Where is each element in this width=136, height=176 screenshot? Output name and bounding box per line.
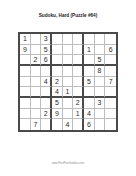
cell-r9c6 xyxy=(73,119,84,130)
cell-r9c2: 7 xyxy=(31,119,42,130)
cell-r8c9 xyxy=(105,109,116,120)
cell-r4c7 xyxy=(84,66,95,77)
cell-r9c3 xyxy=(41,119,52,130)
cell-r8c3: 2 xyxy=(41,109,52,120)
cell-r8c1 xyxy=(20,109,31,120)
cell-r5c3: 4 xyxy=(41,77,52,88)
cell-r8c7: 4 xyxy=(84,109,95,120)
cell-r1c2 xyxy=(31,34,42,45)
cell-r2c2 xyxy=(31,45,42,56)
cell-r4c5 xyxy=(63,66,74,77)
cell-r4c6 xyxy=(73,66,84,77)
cell-r3c8: 5 xyxy=(95,55,106,66)
sudoku-page: Sudoku, Hard (Puzzle #64) 13951626584257… xyxy=(0,0,136,176)
cell-r3c3: 6 xyxy=(41,55,52,66)
cell-r5c2 xyxy=(31,77,42,88)
cell-r3c9 xyxy=(105,55,116,66)
cell-r7c4: 5 xyxy=(52,98,63,109)
cell-r5c5 xyxy=(63,77,74,88)
sudoku-board: 13951626584257415232914746 xyxy=(18,32,118,132)
cell-r1c8 xyxy=(95,34,106,45)
cell-r8c6: 1 xyxy=(73,109,84,120)
cell-r9c9 xyxy=(105,119,116,130)
cell-r9c7: 6 xyxy=(84,119,95,130)
cell-r3c2: 2 xyxy=(31,55,42,66)
cell-r8c4: 9 xyxy=(52,109,63,120)
cell-r6c1 xyxy=(20,87,31,98)
cell-r8c5 xyxy=(63,109,74,120)
cell-r5c4: 2 xyxy=(52,77,63,88)
cell-r6c8 xyxy=(95,87,106,98)
cell-r7c9 xyxy=(105,98,116,109)
cell-r2c9: 6 xyxy=(105,45,116,56)
cell-r2c5 xyxy=(63,45,74,56)
cell-r6c6 xyxy=(73,87,84,98)
cell-r2c6 xyxy=(73,45,84,56)
cell-r4c9 xyxy=(105,66,116,77)
cell-r1c1: 1 xyxy=(20,34,31,45)
cell-r2c1: 9 xyxy=(20,45,31,56)
cell-r9c1 xyxy=(20,119,31,130)
cell-r6c3 xyxy=(41,87,52,98)
cell-r2c7: 1 xyxy=(84,45,95,56)
cell-r1c5 xyxy=(63,34,74,45)
cell-r8c2 xyxy=(31,109,42,120)
cell-r7c6: 2 xyxy=(73,98,84,109)
cell-r9c4 xyxy=(52,119,63,130)
cell-r8c8 xyxy=(95,109,106,120)
cell-r3c4 xyxy=(52,55,63,66)
cell-r4c3 xyxy=(41,66,52,77)
cell-r5c7: 5 xyxy=(84,77,95,88)
cell-r1c3: 3 xyxy=(41,34,52,45)
cell-r9c8 xyxy=(95,119,106,130)
cell-r3c1 xyxy=(20,55,31,66)
cell-r1c9 xyxy=(105,34,116,45)
cell-r7c1 xyxy=(20,98,31,109)
cell-r6c2 xyxy=(31,87,42,98)
cell-r2c4 xyxy=(52,45,63,56)
cell-r5c1 xyxy=(20,77,31,88)
cell-r6c5: 1 xyxy=(63,87,74,98)
cell-r7c5 xyxy=(63,98,74,109)
cell-r3c7 xyxy=(84,55,95,66)
cell-r5c8 xyxy=(95,77,106,88)
cell-r1c7 xyxy=(84,34,95,45)
cell-r5c6 xyxy=(73,77,84,88)
cell-r7c7 xyxy=(84,98,95,109)
cell-r4c8: 8 xyxy=(95,66,106,77)
cell-r4c2 xyxy=(31,66,42,77)
cell-r3c5 xyxy=(63,55,74,66)
cell-r4c4 xyxy=(52,66,63,77)
cell-r6c9 xyxy=(105,87,116,98)
cell-r6c7 xyxy=(84,87,95,98)
cell-r4c1 xyxy=(20,66,31,77)
cell-r1c6 xyxy=(73,34,84,45)
cell-r3c6 xyxy=(73,55,84,66)
footer-url: www.PrintFreeSudoku.com xyxy=(37,162,98,165)
cell-r7c2 xyxy=(31,98,42,109)
cell-r1c4 xyxy=(52,34,63,45)
page-title: Sudoku, Hard (Puzzle #64) xyxy=(15,13,121,18)
cell-r2c3: 5 xyxy=(41,45,52,56)
cell-r9c5: 4 xyxy=(63,119,74,130)
cell-r6c4: 4 xyxy=(52,87,63,98)
cell-r7c8: 3 xyxy=(95,98,106,109)
cell-r5c9: 7 xyxy=(105,77,116,88)
cell-r2c8 xyxy=(95,45,106,56)
cell-r7c3 xyxy=(41,98,52,109)
